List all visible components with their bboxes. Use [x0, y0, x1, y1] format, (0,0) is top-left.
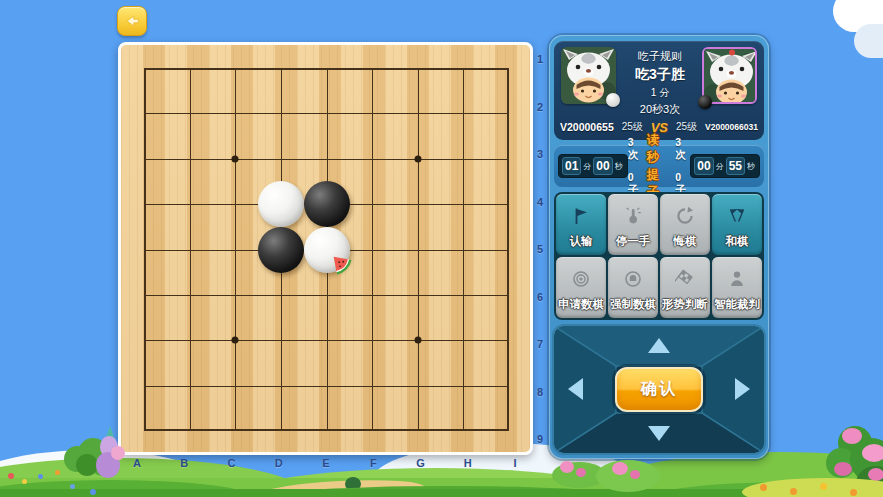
- byoyomi-left: 3次: [628, 136, 643, 162]
- star-point: [232, 337, 239, 344]
- star-point: [414, 337, 421, 344]
- blue-flower: [38, 474, 43, 479]
- board-grid: [144, 68, 509, 431]
- second-label: 秒: [746, 161, 756, 172]
- pass-button[interactable]: 停一手: [608, 194, 658, 255]
- rule-score: 1 分: [651, 86, 669, 100]
- row-label: 9: [537, 433, 543, 445]
- ai-referee-button[interactable]: 智能裁判: [712, 257, 762, 318]
- clover-tree: [76, 454, 98, 476]
- column-label: D: [275, 457, 283, 469]
- game-side-panel: 吃子规则 吃3子胜 1 分 20秒3次 V20000655 25级 VS 25级…: [549, 35, 769, 459]
- go-board[interactable]: [118, 42, 533, 455]
- minute-label: 分: [582, 161, 592, 172]
- stone-white: [304, 227, 350, 273]
- orange-flower: [55, 470, 60, 475]
- right-player-avatar: [702, 47, 757, 104]
- pink-blossom: [862, 444, 883, 462]
- action-label: 悔棋: [674, 234, 697, 249]
- pink-blossom: [560, 461, 574, 473]
- undo-button[interactable]: 悔棋: [660, 194, 710, 255]
- pink-blossom: [834, 462, 852, 476]
- action-label: 申请数棋: [558, 297, 604, 312]
- yellow-flower: [22, 479, 27, 484]
- resign-button[interactable]: 认输: [556, 194, 606, 255]
- flower-bush: [596, 460, 660, 492]
- rule-time: 20秒3次: [640, 102, 680, 117]
- timers-box: 01 分 00 秒 3次 读秒 3次 0子 提子 0子 00 分: [554, 145, 764, 187]
- row-label: 8: [537, 386, 543, 398]
- column-label: A: [133, 457, 141, 469]
- back-button[interactable]: [117, 6, 147, 36]
- right-player-id: V2000066031: [705, 122, 758, 132]
- grid-line: [144, 295, 509, 296]
- star-point: [414, 155, 421, 162]
- grid-line: [418, 68, 419, 431]
- yellow-flower: [820, 483, 827, 490]
- dpad-down-arrow[interactable]: [648, 426, 670, 441]
- back-arrow-icon: [123, 12, 141, 30]
- left-player-clock: 01 分 00 秒: [558, 154, 628, 178]
- byoyomi-captures: 3次 读秒 3次 0子 提子 0子: [628, 132, 691, 201]
- stone-black: [258, 227, 304, 273]
- row-label: 7: [537, 338, 543, 350]
- estimate-icon: [675, 265, 695, 293]
- pink-blossom: [576, 468, 586, 477]
- match-info-box: 吃子规则 吃3子胜 1 分 20秒3次 V20000655 25级 VS 25级…: [554, 41, 764, 140]
- grid-line: [144, 340, 509, 341]
- right-seconds: 55: [726, 157, 745, 175]
- grid-line: [144, 386, 509, 387]
- left-player-id: V20000655: [560, 121, 614, 133]
- action-label: 强制数棋: [610, 297, 656, 312]
- row-label: 5: [537, 243, 543, 255]
- resign-flag-icon: [571, 202, 591, 230]
- byoyomi-label: 读秒: [647, 132, 672, 166]
- row-label: 3: [537, 148, 543, 160]
- right-player-clock: 00 分 55 秒: [690, 154, 760, 178]
- watermelon-marker: [330, 253, 352, 275]
- estimate-button[interactable]: 形势判断: [660, 257, 710, 318]
- referee-icon: [727, 265, 747, 293]
- orange-flower: [760, 484, 767, 491]
- draw-button[interactable]: 和棋: [712, 194, 762, 255]
- column-label: F: [370, 457, 377, 469]
- pink-blossom: [842, 428, 862, 444]
- minute-label: 分: [715, 161, 725, 172]
- stone-black: [304, 181, 350, 227]
- dpad-up-arrow[interactable]: [648, 338, 670, 353]
- grid-line: [144, 429, 509, 431]
- orange-flower: [790, 488, 797, 495]
- black-stone-indicator: [698, 95, 712, 109]
- grid-line: [507, 68, 509, 431]
- column-label: H: [464, 457, 472, 469]
- pink-rock: [111, 446, 125, 460]
- game-screen: ABCDEFGHI123456789: [0, 0, 883, 497]
- pass-hand-icon: [623, 202, 643, 230]
- right-minutes: 00: [694, 157, 713, 175]
- confirm-button[interactable]: 确认: [615, 367, 703, 412]
- undo-icon: [675, 202, 695, 230]
- left-minutes: 01: [562, 157, 581, 175]
- dpad-box: 确认: [554, 326, 764, 453]
- action-label: 智能裁判: [714, 297, 760, 312]
- request-count-icon: [571, 265, 591, 293]
- blue-flower: [70, 484, 75, 489]
- grid-line: [372, 68, 373, 431]
- dpad-left-arrow[interactable]: [568, 378, 583, 400]
- column-label: B: [180, 457, 188, 469]
- dpad-right-arrow[interactable]: [735, 378, 750, 400]
- star-point: [232, 155, 239, 162]
- orange-flower: [850, 489, 857, 496]
- action-label: 停一手: [616, 234, 651, 249]
- row-label: 1: [537, 53, 543, 65]
- cloud: [854, 24, 883, 58]
- force-count-button[interactable]: 强制数棋: [608, 257, 658, 318]
- pink-blossom: [630, 470, 640, 479]
- action-label: 认输: [570, 234, 593, 249]
- second-label: 秒: [614, 161, 624, 172]
- column-label: G: [416, 457, 425, 469]
- blue-flower: [90, 489, 96, 495]
- force-count-icon: [623, 265, 643, 293]
- rule-summary: 吃子规则 吃3子胜 1 分 20秒3次: [620, 47, 700, 119]
- column-label: C: [228, 457, 236, 469]
- left-seconds: 00: [593, 157, 612, 175]
- row-label: 4: [537, 196, 543, 208]
- rule-win-condition: 吃3子胜: [635, 66, 685, 84]
- confirm-label: 确认: [641, 379, 677, 400]
- byoyomi-right: 3次: [675, 136, 690, 162]
- action-label: 和棋: [726, 234, 749, 249]
- action-buttons: 认输停一手悔棋和棋申请数棋强制数棋形势判断智能裁判: [554, 192, 764, 320]
- column-label: E: [322, 457, 329, 469]
- rule-title: 吃子规则: [638, 49, 682, 64]
- column-label: I: [513, 457, 516, 469]
- red-flower: [8, 473, 14, 479]
- pink-blossom: [612, 462, 628, 475]
- row-label: 2: [537, 101, 543, 113]
- action-label: 形势判断: [662, 297, 708, 312]
- white-stone-indicator: [606, 93, 620, 107]
- grid-line: [463, 68, 464, 431]
- request-count-button[interactable]: 申请数棋: [556, 257, 606, 318]
- draw-flags-icon: [726, 202, 748, 230]
- stone-white: [258, 181, 304, 227]
- row-label: 6: [537, 291, 543, 303]
